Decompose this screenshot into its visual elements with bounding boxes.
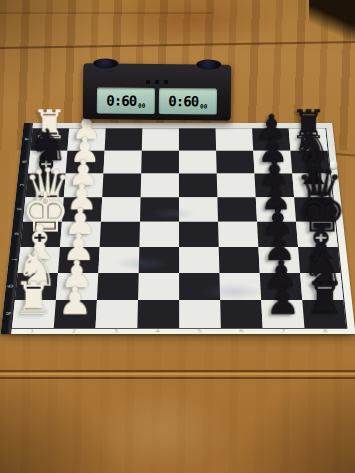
black-pawn: ♟ [252,111,289,145]
square-c4 [140,174,178,198]
square-d3 [100,197,140,221]
square-h6 [220,300,263,328]
square-c1: ♝ [25,174,65,198]
wood-dark-patch [90,0,290,48]
chessboard-mat: ♜♟♟♜♞♟♟♞♝♟♟♝♛♟♟♛♚♟♟♚♝♟♟♝♞♟♟♞♜♟♟♜ abcdefg… [0,123,355,334]
square-b4 [141,151,179,174]
rank-label-8: 8 [319,328,330,334]
clock-setting-buttons [146,80,168,84]
square-b8: ♞ [290,151,330,174]
square-b7: ♟ [253,151,292,174]
plank-seam [0,12,213,14]
square-c5 [178,174,216,198]
square-e8: ♚ [296,222,338,247]
substitute-white-piece-top [329,161,337,169]
square-a4 [141,128,178,150]
square-c6 [216,174,255,198]
square-g1: ♞ [14,273,57,300]
square-e5 [179,222,219,247]
rank-label-1: 1 [26,328,37,334]
square-d7: ♟ [255,197,295,221]
black-rook: ♜ [303,276,345,321]
board-grid: ♜♟♟♜♞♟♟♞♝♟♟♝♛♟♟♛♚♟♟♚♝♟♟♝♞♟♟♞♜♟♟♜ [10,128,347,329]
square-g5 [179,273,220,300]
file-label-d: d [14,206,23,212]
clock-right-button [196,59,221,69]
square-b5 [178,151,216,174]
clock-left-seconds: 00 [138,102,145,109]
square-d8: ♛ [294,197,335,221]
white-pawn: ♟ [58,229,98,266]
square-h4 [137,300,179,328]
black-rook: ♜ [289,105,326,145]
square-e4 [139,222,179,247]
square-g7: ♟ [259,273,301,300]
square-f2: ♟ [57,247,99,273]
square-d6 [217,197,257,221]
black-pawn: ♟ [259,229,299,266]
rank-label-6: 6 [235,328,246,334]
white-rook: ♜ [30,105,67,145]
square-e1: ♚ [20,222,62,247]
square-f6 [218,247,259,273]
square-f8: ♝ [298,247,340,273]
square-h2: ♟ [53,300,96,328]
square-a5 [178,128,215,150]
clock-button-dot [155,80,159,84]
clock-button-dot [164,80,168,84]
square-h3 [95,300,138,328]
clock-right-seconds: 00 [200,102,207,109]
square-g2: ♟ [55,273,97,300]
square-b3 [103,151,141,174]
square-d4 [139,197,178,221]
square-g4 [137,273,178,300]
clock-left-time: 0:60 [106,92,136,108]
square-a8: ♜ [288,128,327,150]
square-f3 [98,247,139,273]
background-object [309,0,355,52]
file-label-e: e [12,231,21,237]
square-d5 [178,197,217,221]
square-c7: ♟ [254,174,294,198]
square-c3 [102,174,141,198]
clock-brand-label [140,71,174,76]
clock-right-time: 0:60 [168,93,198,109]
clock-button-dot [146,80,150,84]
chess-clock: 0:60 00 0:60 00 [83,63,232,121]
file-label-c: c [17,182,25,188]
square-c2: ♟ [63,174,103,198]
clock-right-display: 0:60 00 [159,88,217,115]
square-g6 [219,273,261,300]
square-d1: ♛ [22,197,63,221]
clock-left-button [93,58,118,68]
file-label-a: a [22,136,30,142]
square-f4 [138,247,178,273]
rank-label-2: 2 [68,328,79,334]
rank-label-4: 4 [152,328,163,334]
square-c8: ♝ [292,174,332,198]
square-b2: ♟ [65,151,104,174]
photo-stage: ♜♟♟♜♞♟♟♞♝♟♟♝♛♟♟♛♚♟♟♚♝♟♟♝♞♟♟♞♜♟♟♜ abcdefg… [0,0,355,473]
square-f7: ♟ [258,247,300,273]
square-a1: ♜ [30,128,69,150]
square-g8: ♞ [300,273,343,300]
white-rook: ♜ [12,276,54,321]
square-f5 [179,247,219,273]
square-e2: ♟ [59,222,100,247]
square-h1: ♜ [11,300,55,328]
square-f1: ♝ [17,247,59,273]
square-a2: ♟ [67,128,105,150]
square-e6 [218,222,258,247]
file-label-b: b [20,159,28,165]
clock-left-display: 0:60 00 [97,87,155,114]
square-h8: ♜ [302,300,346,328]
rank-label-3: 3 [110,328,121,334]
square-b1: ♞ [27,151,67,174]
rank-label-5: 5 [194,328,205,334]
square-h7: ♟ [261,300,304,328]
square-a3 [104,128,142,150]
rank-label-7: 7 [277,328,288,334]
square-b6 [216,151,254,174]
square-a7: ♟ [252,128,290,150]
square-e7: ♟ [257,222,298,247]
file-label-g: g [6,283,15,290]
square-g3 [96,273,138,300]
square-a6 [215,128,253,150]
square-e3 [99,222,139,247]
square-h5 [179,300,221,328]
square-d2: ♟ [61,197,101,221]
